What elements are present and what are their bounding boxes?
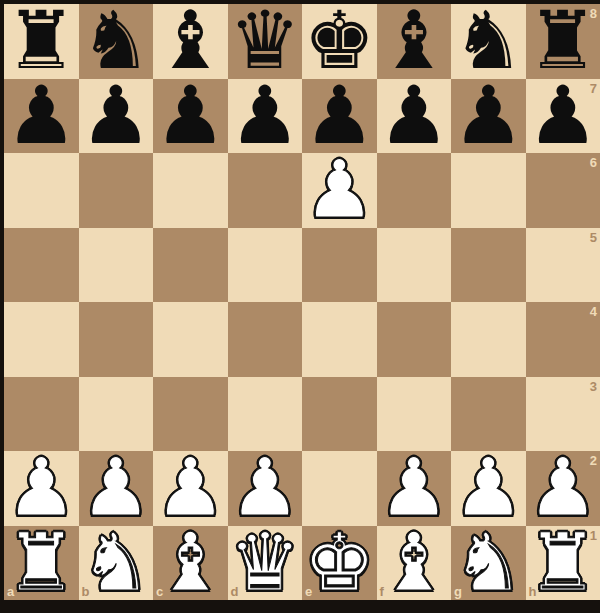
square-g3[interactable] xyxy=(451,377,526,452)
black-bishop[interactable]: ♝ xyxy=(378,4,450,78)
black-pawn[interactable]: ♟ xyxy=(303,79,375,153)
square-b4[interactable] xyxy=(79,302,154,377)
square-e7[interactable]: ♟ xyxy=(302,79,377,154)
square-e8[interactable]: ♚ xyxy=(302,4,377,79)
square-h4[interactable]: 4 xyxy=(526,302,600,377)
coord-rank-3: 3 xyxy=(590,379,597,394)
white-knight[interactable]: ♞ xyxy=(452,526,524,600)
coord-rank-5: 5 xyxy=(590,230,597,245)
square-b6[interactable] xyxy=(79,153,154,228)
white-king[interactable]: ♚ xyxy=(303,526,375,600)
square-g6[interactable] xyxy=(451,153,526,228)
square-g1[interactable]: ♞g xyxy=(451,526,526,601)
black-pawn[interactable]: ♟ xyxy=(5,79,77,153)
square-b2[interactable]: ♟ xyxy=(79,451,154,526)
white-pawn[interactable]: ♟ xyxy=(154,451,226,525)
square-e1[interactable]: ♚e xyxy=(302,526,377,601)
square-d2[interactable]: ♟ xyxy=(228,451,303,526)
white-pawn[interactable]: ♟ xyxy=(527,451,599,525)
square-d5[interactable] xyxy=(228,228,303,303)
square-a7[interactable]: ♟ xyxy=(4,79,79,154)
square-b5[interactable] xyxy=(79,228,154,303)
square-f1[interactable]: ♝f xyxy=(377,526,452,601)
square-c8[interactable]: ♝ xyxy=(153,4,228,79)
chess-app-screen: ♜♞♝♛♚♝♞♜8♟♟♟♟♟♟♟♟7♟6543♟♟♟♟♟♟♟2♜a♞b♝c♛d♚… xyxy=(0,0,600,613)
square-c3[interactable] xyxy=(153,377,228,452)
square-h6[interactable]: 6 xyxy=(526,153,600,228)
square-e2[interactable] xyxy=(302,451,377,526)
square-g5[interactable] xyxy=(451,228,526,303)
square-g2[interactable]: ♟ xyxy=(451,451,526,526)
square-b8[interactable]: ♞ xyxy=(79,4,154,79)
white-pawn[interactable]: ♟ xyxy=(5,451,77,525)
square-c7[interactable]: ♟ xyxy=(153,79,228,154)
white-bishop[interactable]: ♝ xyxy=(378,526,450,600)
square-d1[interactable]: ♛d xyxy=(228,526,303,601)
square-a3[interactable] xyxy=(4,377,79,452)
white-queen[interactable]: ♛ xyxy=(229,526,301,600)
square-h1[interactable]: ♜h1 xyxy=(526,526,600,601)
white-rook[interactable]: ♜ xyxy=(527,526,599,600)
black-queen[interactable]: ♛ xyxy=(229,4,301,78)
black-pawn[interactable]: ♟ xyxy=(378,79,450,153)
square-a4[interactable] xyxy=(4,302,79,377)
square-f3[interactable] xyxy=(377,377,452,452)
square-a5[interactable] xyxy=(4,228,79,303)
black-knight[interactable]: ♞ xyxy=(80,4,152,78)
square-h5[interactable]: 5 xyxy=(526,228,600,303)
square-a2[interactable]: ♟ xyxy=(4,451,79,526)
black-king[interactable]: ♚ xyxy=(303,4,375,78)
chess-board: ♜♞♝♛♚♝♞♜8♟♟♟♟♟♟♟♟7♟6543♟♟♟♟♟♟♟2♜a♞b♝c♛d♚… xyxy=(4,4,600,600)
white-pawn[interactable]: ♟ xyxy=(80,451,152,525)
square-f4[interactable] xyxy=(377,302,452,377)
white-bishop[interactable]: ♝ xyxy=(154,526,226,600)
black-pawn[interactable]: ♟ xyxy=(229,79,301,153)
square-h8[interactable]: ♜8 xyxy=(526,4,600,79)
white-knight[interactable]: ♞ xyxy=(80,526,152,600)
coord-rank-4: 4 xyxy=(590,304,597,319)
white-pawn[interactable]: ♟ xyxy=(452,451,524,525)
black-pawn[interactable]: ♟ xyxy=(452,79,524,153)
black-rook[interactable]: ♜ xyxy=(5,4,77,78)
square-e4[interactable] xyxy=(302,302,377,377)
white-pawn[interactable]: ♟ xyxy=(378,451,450,525)
square-g7[interactable]: ♟ xyxy=(451,79,526,154)
square-d3[interactable] xyxy=(228,377,303,452)
square-h2[interactable]: ♟2 xyxy=(526,451,600,526)
square-b3[interactable] xyxy=(79,377,154,452)
square-c1[interactable]: ♝c xyxy=(153,526,228,601)
square-c5[interactable] xyxy=(153,228,228,303)
white-pawn[interactable]: ♟ xyxy=(229,451,301,525)
white-rook[interactable]: ♜ xyxy=(5,526,77,600)
black-knight[interactable]: ♞ xyxy=(452,4,524,78)
black-rook[interactable]: ♜ xyxy=(527,4,599,78)
square-e6[interactable]: ♟ xyxy=(302,153,377,228)
square-f7[interactable]: ♟ xyxy=(377,79,452,154)
square-a1[interactable]: ♜a xyxy=(4,526,79,601)
square-g8[interactable]: ♞ xyxy=(451,4,526,79)
square-h7[interactable]: ♟7 xyxy=(526,79,600,154)
square-c6[interactable] xyxy=(153,153,228,228)
black-pawn[interactable]: ♟ xyxy=(80,79,152,153)
square-e5[interactable] xyxy=(302,228,377,303)
square-f6[interactable] xyxy=(377,153,452,228)
square-c2[interactable]: ♟ xyxy=(153,451,228,526)
square-d8[interactable]: ♛ xyxy=(228,4,303,79)
black-bishop[interactable]: ♝ xyxy=(154,4,226,78)
square-f5[interactable] xyxy=(377,228,452,303)
black-pawn[interactable]: ♟ xyxy=(527,79,599,153)
square-f8[interactable]: ♝ xyxy=(377,4,452,79)
square-d4[interactable] xyxy=(228,302,303,377)
square-b7[interactable]: ♟ xyxy=(79,79,154,154)
square-e3[interactable] xyxy=(302,377,377,452)
black-pawn[interactable]: ♟ xyxy=(154,79,226,153)
square-c4[interactable] xyxy=(153,302,228,377)
square-g4[interactable] xyxy=(451,302,526,377)
square-a8[interactable]: ♜ xyxy=(4,4,79,79)
white-pawn[interactable]: ♟ xyxy=(303,153,375,227)
square-b1[interactable]: ♞b xyxy=(79,526,154,601)
square-a6[interactable] xyxy=(4,153,79,228)
square-d6[interactable] xyxy=(228,153,303,228)
square-h3[interactable]: 3 xyxy=(526,377,600,452)
square-f2[interactable]: ♟ xyxy=(377,451,452,526)
square-d7[interactable]: ♟ xyxy=(228,79,303,154)
